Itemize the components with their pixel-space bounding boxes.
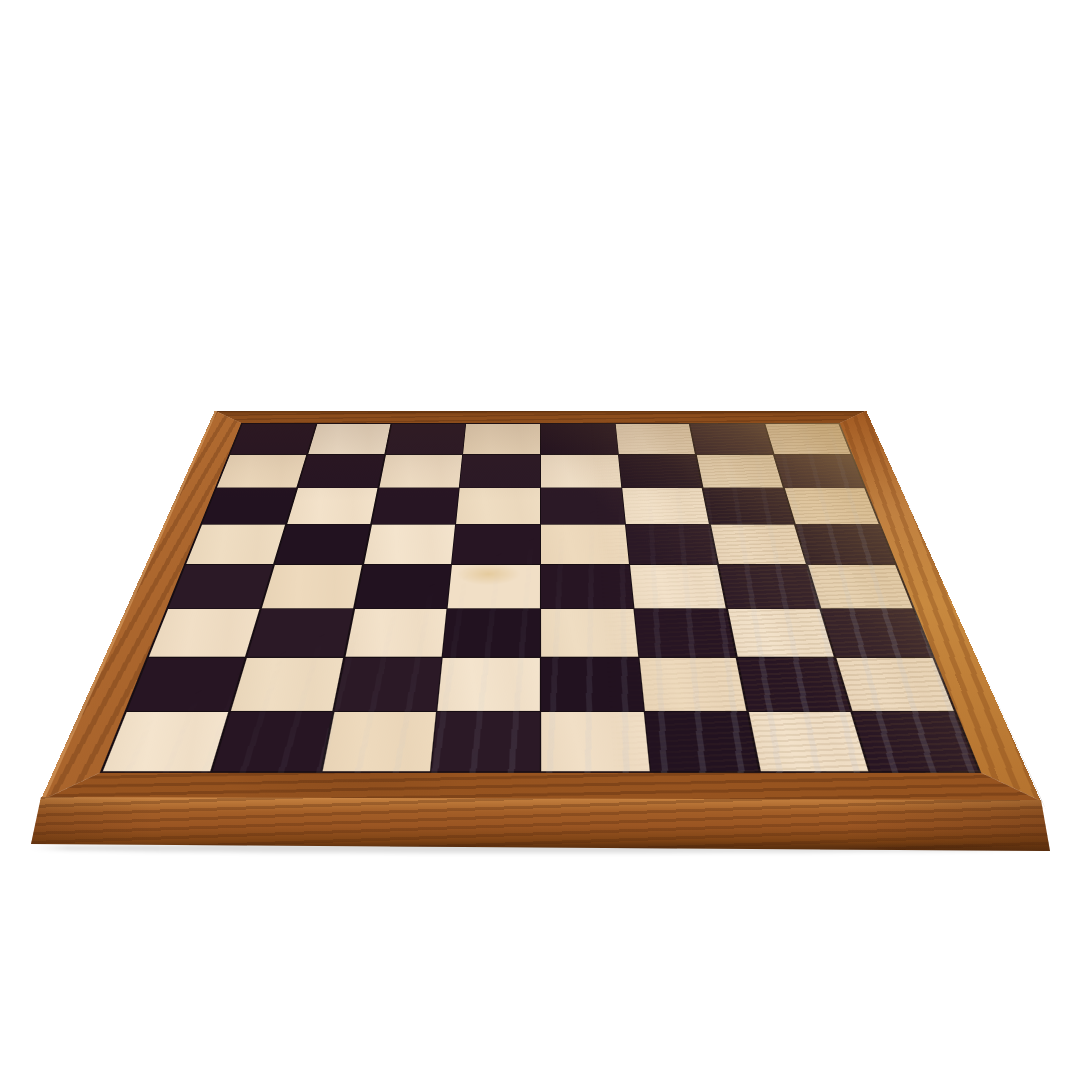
square-r7c8[interactable] [836,658,954,711]
board-grid [100,423,981,773]
square-r6c5[interactable] [541,609,637,657]
square-r5c5[interactable] [541,565,633,608]
square-r1c7[interactable] [690,424,773,454]
square-r5c8[interactable] [808,565,913,608]
square-r5c4[interactable] [448,565,540,608]
square-r8c5[interactable] [541,712,649,771]
square-r1c4[interactable] [463,424,539,454]
square-r8c3[interactable] [322,712,436,771]
square-r8c2[interactable] [212,712,332,771]
square-r7c6[interactable] [640,658,747,711]
square-r5c7[interactable] [719,565,819,608]
square-r7c7[interactable] [738,658,851,711]
square-r6c3[interactable] [345,609,446,657]
square-r1c3[interactable] [386,424,465,454]
chessboard [40,411,1041,801]
square-r8c7[interactable] [749,712,869,771]
square-r7c2[interactable] [231,658,344,711]
square-r3c1[interactable] [202,488,296,524]
square-r3c4[interactable] [456,488,539,524]
square-r3c8[interactable] [785,488,879,524]
square-r7c5[interactable] [541,658,643,711]
square-r1c6[interactable] [616,424,695,454]
square-r2c3[interactable] [379,455,462,488]
square-r8c1[interactable] [103,712,229,771]
square-r2c2[interactable] [298,455,384,488]
square-r1c1[interactable] [230,424,316,454]
square-r6c7[interactable] [728,609,834,657]
square-r2c8[interactable] [774,455,864,488]
square-r8c4[interactable] [432,712,540,771]
square-r5c1[interactable] [168,565,273,608]
square-r5c2[interactable] [262,565,362,608]
square-r1c5[interactable] [541,424,617,454]
square-r4c5[interactable] [541,525,628,564]
square-r4c8[interactable] [796,525,895,564]
square-r4c1[interactable] [186,525,285,564]
square-r3c2[interactable] [287,488,378,524]
square-r1c2[interactable] [308,424,391,454]
square-r6c8[interactable] [821,609,932,657]
square-r4c4[interactable] [452,525,539,564]
square-r7c1[interactable] [127,658,245,711]
square-r2c5[interactable] [541,455,621,488]
square-r8c8[interactable] [852,712,978,771]
square-r4c2[interactable] [275,525,370,564]
square-r6c6[interactable] [635,609,736,657]
square-r7c4[interactable] [438,658,540,711]
photo-background [0,0,1080,1080]
board-shadow [28,843,1052,853]
square-r2c1[interactable] [217,455,307,488]
square-r3c7[interactable] [703,488,794,524]
square-r7c3[interactable] [334,658,441,711]
square-r6c2[interactable] [247,609,353,657]
square-r3c6[interactable] [622,488,709,524]
square-r5c3[interactable] [355,565,451,608]
square-r2c4[interactable] [460,455,540,488]
square-r4c7[interactable] [711,525,806,564]
square-r3c5[interactable] [541,488,624,524]
square-r2c6[interactable] [619,455,702,488]
square-r2c7[interactable] [697,455,783,488]
square-r5c6[interactable] [630,565,726,608]
square-r1c8[interactable] [765,424,851,454]
square-r4c3[interactable] [364,525,455,564]
square-r6c4[interactable] [443,609,539,657]
square-r8c6[interactable] [645,712,759,771]
square-r4c6[interactable] [626,525,717,564]
square-r6c1[interactable] [149,609,260,657]
square-r3c3[interactable] [372,488,459,524]
